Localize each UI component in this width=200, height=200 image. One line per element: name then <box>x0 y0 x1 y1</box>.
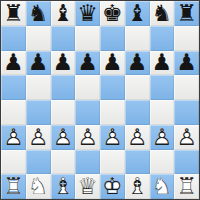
black-pawn[interactable]: ♟ <box>174 51 199 76</box>
square-f4[interactable] <box>125 100 150 125</box>
square-e2[interactable] <box>100 150 125 175</box>
square-c4[interactable] <box>51 100 76 125</box>
square-c5[interactable] <box>51 75 76 100</box>
black-pawn[interactable]: ♟ <box>51 51 76 76</box>
white-pawn-outline: ♙ <box>100 125 125 150</box>
square-f5[interactable] <box>125 75 150 100</box>
square-b4[interactable] <box>26 100 51 125</box>
white-knight-outline: ♘ <box>150 174 175 199</box>
square-f1[interactable]: ♝♗ <box>125 174 150 199</box>
black-pawn[interactable]: ♟ <box>150 51 175 76</box>
square-a1[interactable]: ♜♖ <box>1 174 26 199</box>
white-pawn-outline: ♙ <box>1 125 26 150</box>
white-bishop-outline: ♗ <box>125 174 150 199</box>
square-c2[interactable] <box>51 150 76 175</box>
white-queen-outline: ♕ <box>75 174 100 199</box>
square-d5[interactable] <box>75 75 100 100</box>
square-h8[interactable]: ♜ <box>174 1 199 26</box>
chess-board: ♜♞♝♛♚♝♞♜♟♟♟♟♟♟♟♟♟♙♟♙♟♙♟♙♟♙♟♙♟♙♟♙♜♖♞♘♝♗♛♕… <box>0 0 200 200</box>
black-pawn[interactable]: ♟ <box>75 51 100 76</box>
white-pawn-outline: ♙ <box>51 125 76 150</box>
square-e8[interactable]: ♚ <box>100 1 125 26</box>
white-king-outline: ♔ <box>100 174 125 199</box>
square-f6[interactable]: ♟ <box>125 51 150 76</box>
white-rook-outline: ♖ <box>174 174 199 199</box>
square-d3[interactable]: ♟♙ <box>75 125 100 150</box>
square-g6[interactable]: ♟ <box>150 51 175 76</box>
square-d4[interactable] <box>75 100 100 125</box>
black-pawn[interactable]: ♟ <box>125 51 150 76</box>
square-b5[interactable] <box>26 75 51 100</box>
white-pawn-outline: ♙ <box>174 125 199 150</box>
square-c3[interactable]: ♟♙ <box>51 125 76 150</box>
black-rook[interactable]: ♜ <box>1 1 26 26</box>
square-d6[interactable]: ♟ <box>75 51 100 76</box>
black-pawn[interactable]: ♟ <box>100 51 125 76</box>
white-pawn-outline: ♙ <box>26 125 51 150</box>
square-a8[interactable]: ♜ <box>1 1 26 26</box>
square-e1[interactable]: ♚♔ <box>100 174 125 199</box>
black-pawn[interactable]: ♟ <box>26 51 51 76</box>
square-h3[interactable]: ♟♙ <box>174 125 199 150</box>
white-pawn-outline: ♙ <box>150 125 175 150</box>
square-h4[interactable] <box>174 100 199 125</box>
square-g1[interactable]: ♞♘ <box>150 174 175 199</box>
square-b3[interactable]: ♟♙ <box>26 125 51 150</box>
square-a7[interactable] <box>1 26 26 51</box>
white-knight-outline: ♘ <box>26 174 51 199</box>
square-b1[interactable]: ♞♘ <box>26 174 51 199</box>
square-h6[interactable]: ♟ <box>174 51 199 76</box>
white-bishop-outline: ♗ <box>51 174 76 199</box>
square-e4[interactable] <box>100 100 125 125</box>
black-knight[interactable]: ♞ <box>150 1 175 26</box>
square-a3[interactable]: ♟♙ <box>1 125 26 150</box>
square-c6[interactable]: ♟ <box>51 51 76 76</box>
white-pawn-outline: ♙ <box>75 125 100 150</box>
square-g5[interactable] <box>150 75 175 100</box>
square-e6[interactable]: ♟ <box>100 51 125 76</box>
square-d2[interactable] <box>75 150 100 175</box>
square-g4[interactable] <box>150 100 175 125</box>
square-h5[interactable] <box>174 75 199 100</box>
square-a6[interactable]: ♟ <box>1 51 26 76</box>
square-h7[interactable] <box>174 26 199 51</box>
square-g3[interactable]: ♟♙ <box>150 125 175 150</box>
square-f3[interactable]: ♟♙ <box>125 125 150 150</box>
square-h1[interactable]: ♜♖ <box>174 174 199 199</box>
square-d1[interactable]: ♛♕ <box>75 174 100 199</box>
white-rook-outline: ♖ <box>1 174 26 199</box>
black-queen[interactable]: ♛ <box>75 1 100 26</box>
square-a4[interactable] <box>1 100 26 125</box>
square-f7[interactable] <box>125 26 150 51</box>
black-knight[interactable]: ♞ <box>26 1 51 26</box>
square-a2[interactable] <box>1 150 26 175</box>
black-pawn[interactable]: ♟ <box>1 51 26 76</box>
square-g8[interactable]: ♞ <box>150 1 175 26</box>
square-b7[interactable] <box>26 26 51 51</box>
square-c1[interactable]: ♝♗ <box>51 174 76 199</box>
square-f2[interactable] <box>125 150 150 175</box>
black-king[interactable]: ♚ <box>100 1 125 26</box>
black-rook[interactable]: ♜ <box>174 1 199 26</box>
square-e3[interactable]: ♟♙ <box>100 125 125 150</box>
square-h2[interactable] <box>174 150 199 175</box>
square-d8[interactable]: ♛ <box>75 1 100 26</box>
square-d7[interactable] <box>75 26 100 51</box>
square-b8[interactable]: ♞ <box>26 1 51 26</box>
square-a5[interactable] <box>1 75 26 100</box>
square-g2[interactable] <box>150 150 175 175</box>
square-c7[interactable] <box>51 26 76 51</box>
square-b2[interactable] <box>26 150 51 175</box>
square-c8[interactable]: ♝ <box>51 1 76 26</box>
white-pawn-outline: ♙ <box>125 125 150 150</box>
square-g7[interactable] <box>150 26 175 51</box>
square-e7[interactable] <box>100 26 125 51</box>
square-e5[interactable] <box>100 75 125 100</box>
black-bishop[interactable]: ♝ <box>125 1 150 26</box>
black-bishop[interactable]: ♝ <box>51 1 76 26</box>
square-f8[interactable]: ♝ <box>125 1 150 26</box>
square-b6[interactable]: ♟ <box>26 51 51 76</box>
